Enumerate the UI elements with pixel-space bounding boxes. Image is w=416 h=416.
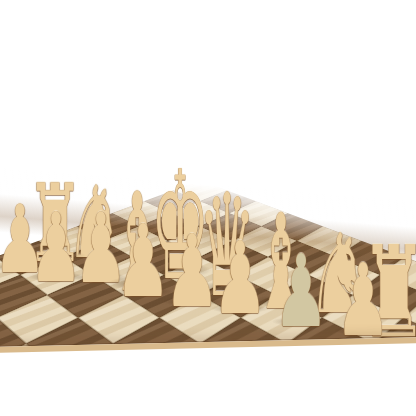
chess-set-product-photo: ♚♛♝♝♞♞♜♜♟♟♟♟♟♟♟♟	[0, 0, 416, 416]
white-pawn-e2: ♟	[115, 212, 171, 312]
white-pawn-a2: ♟	[335, 251, 391, 351]
white-pawn-b2: ♟	[273, 242, 329, 342]
board-front-edge-rim	[0, 335, 416, 416]
white-pawn-c2: ♟	[212, 229, 268, 329]
